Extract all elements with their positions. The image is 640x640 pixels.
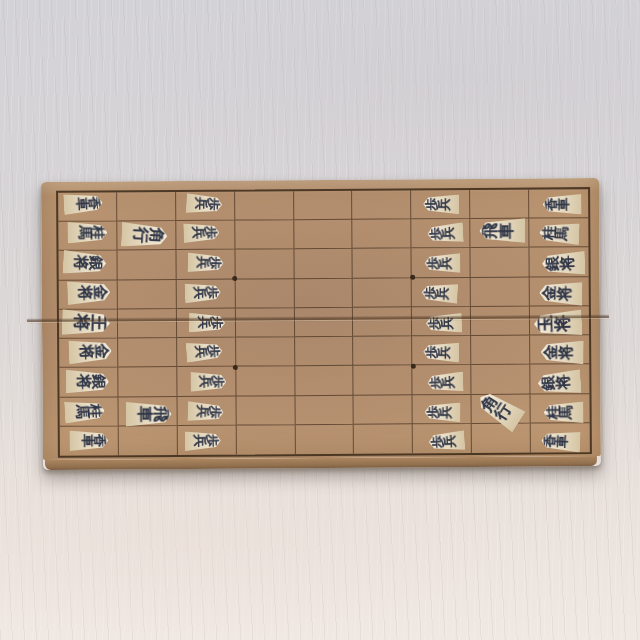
- piece-pawn-left[interactable]: 歩兵: [183, 223, 219, 244]
- piece-pawn-left[interactable]: 歩兵: [189, 312, 225, 332]
- piece-kanji: 香車: [543, 198, 582, 211]
- piece-gold-right[interactable]: 金将: [541, 340, 584, 364]
- piece-kanji: 金将: [67, 284, 110, 300]
- piece-pawn-left[interactable]: 歩兵: [185, 431, 221, 452]
- piece-pawn-left[interactable]: 歩兵: [187, 400, 224, 422]
- piece-kanji: 歩兵: [186, 344, 223, 359]
- piece-king-left[interactable]: 王将: [61, 308, 110, 335]
- star-point: [410, 275, 415, 280]
- piece-kanji: 玉将: [534, 313, 583, 332]
- star-point: [233, 365, 238, 370]
- piece-kanji: 歩兵: [423, 345, 459, 359]
- piece-pawn-right[interactable]: 歩兵: [425, 312, 461, 333]
- piece-kanji: 歩兵: [427, 226, 464, 241]
- piece-knight-right[interactable]: 桂馬: [539, 222, 580, 246]
- piece-silver-right[interactable]: 銀将: [538, 369, 582, 396]
- pieces-layer: 香車桂馬銀将金将王将金将銀将桂馬香車角行飛車歩兵歩兵歩兵歩兵歩兵歩兵歩兵歩兵歩兵…: [56, 187, 592, 458]
- piece-gold-left[interactable]: 金将: [68, 339, 112, 365]
- piece-kanji: 歩兵: [185, 285, 222, 299]
- piece-knight-left[interactable]: 桂馬: [67, 222, 107, 244]
- piece-kanji: 香車: [63, 196, 103, 211]
- piece-bishop-right[interactable]: 角行: [473, 386, 525, 432]
- piece-kanji: 飛車: [479, 223, 525, 239]
- piece-lance-right[interactable]: 香車: [541, 430, 581, 453]
- piece-kanji: 王将: [61, 313, 109, 331]
- piece-kanji: 歩兵: [423, 197, 459, 210]
- piece-king-right[interactable]: 玉将: [534, 309, 583, 337]
- piece-kanji: 桂馬: [539, 226, 580, 242]
- photo-background: 香車桂馬銀将金将王将金将銀将桂馬香車角行飛車歩兵歩兵歩兵歩兵歩兵歩兵歩兵歩兵歩兵…: [0, 0, 640, 640]
- piece-gold-right[interactable]: 金将: [539, 281, 583, 306]
- piece-kanji: 歩兵: [424, 405, 460, 418]
- piece-kanji: 歩兵: [188, 404, 225, 419]
- piece-pawn-right[interactable]: 歩兵: [426, 223, 463, 245]
- star-point: [232, 276, 237, 281]
- piece-knight-right[interactable]: 桂馬: [544, 401, 584, 423]
- piece-kanji: 香車: [541, 434, 581, 449]
- piece-kanji: 歩兵: [427, 375, 464, 389]
- piece-pawn-right[interactable]: 歩兵: [421, 282, 458, 304]
- piece-lance-left[interactable]: 香車: [63, 192, 103, 215]
- piece-pawn-right[interactable]: 歩兵: [427, 371, 464, 392]
- piece-kanji: 歩兵: [186, 196, 223, 211]
- piece-kanji: 桂馬: [64, 403, 105, 419]
- piece-lance-right[interactable]: 香車: [543, 194, 582, 215]
- piece-kanji: 角行: [121, 227, 168, 245]
- piece-pawn-right[interactable]: 歩兵: [423, 194, 459, 214]
- piece-kanji: 桂馬: [544, 405, 584, 419]
- piece-knight-left[interactable]: 桂馬: [64, 399, 105, 423]
- piece-kanji: 歩兵: [428, 434, 465, 449]
- piece-pawn-right[interactable]: 歩兵: [424, 401, 460, 421]
- piece-pawn-left[interactable]: 歩兵: [188, 252, 225, 273]
- piece-kanji: 角行: [476, 390, 523, 428]
- piece-kanji: 桂馬: [67, 226, 107, 240]
- piece-pawn-left[interactable]: 歩兵: [185, 282, 222, 303]
- piece-kanji: 歩兵: [421, 286, 458, 301]
- piece-lance-left[interactable]: 香車: [69, 430, 108, 451]
- piece-gold-left[interactable]: 金将: [67, 280, 111, 305]
- piece-pawn-left[interactable]: 歩兵: [186, 341, 223, 363]
- piece-kanji: 歩兵: [189, 316, 225, 329]
- piece-silver-right[interactable]: 銀将: [542, 251, 586, 276]
- piece-kanji: 銀将: [538, 373, 582, 391]
- piece-rook-right[interactable]: 飛車: [479, 219, 525, 244]
- shogi-board: 香車桂馬銀将金将王将金将銀将桂馬香車角行飛車歩兵歩兵歩兵歩兵歩兵歩兵歩兵歩兵歩兵…: [41, 178, 601, 470]
- piece-pawn-right[interactable]: 歩兵: [423, 342, 460, 363]
- piece-pawn-right[interactable]: 歩兵: [424, 253, 460, 273]
- piece-rook-left[interactable]: 飛車: [126, 401, 172, 426]
- piece-kanji: 歩兵: [184, 226, 220, 240]
- piece-kanji: 歩兵: [191, 375, 227, 388]
- piece-silver-left[interactable]: 銀将: [62, 250, 106, 276]
- piece-kanji: 金将: [539, 285, 582, 301]
- piece-kanji: 歩兵: [185, 434, 221, 448]
- piece-pawn-left[interactable]: 歩兵: [186, 193, 223, 215]
- piece-kanji: 歩兵: [188, 256, 224, 270]
- piece-silver-left[interactable]: 銀将: [65, 369, 108, 393]
- board-surface: 香車桂馬銀将金将王将金将銀将桂馬香車角行飛車歩兵歩兵歩兵歩兵歩兵歩兵歩兵歩兵歩兵…: [41, 178, 601, 460]
- piece-kanji: 銀将: [65, 374, 108, 389]
- piece-bishop-left[interactable]: 角行: [121, 222, 168, 249]
- piece-kanji: 銀将: [62, 254, 106, 271]
- piece-pawn-left[interactable]: 歩兵: [191, 371, 227, 391]
- piece-kanji: 歩兵: [424, 257, 460, 270]
- star-point: [411, 364, 416, 369]
- piece-pawn-right[interactable]: 歩兵: [428, 430, 465, 452]
- piece-kanji: 香車: [69, 434, 108, 447]
- piece-kanji: 飛車: [126, 406, 172, 422]
- piece-kanji: 金将: [68, 343, 112, 360]
- piece-kanji: 銀将: [542, 255, 585, 271]
- piece-kanji: 歩兵: [425, 316, 461, 330]
- piece-kanji: 金将: [541, 345, 584, 360]
